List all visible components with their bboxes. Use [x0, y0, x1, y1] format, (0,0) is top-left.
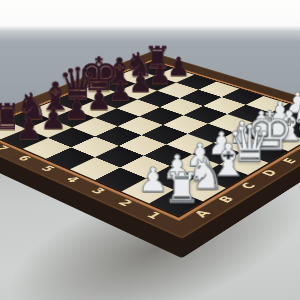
square-a1[interactable]: ♜ — [149, 190, 203, 216]
photo-stage: ♜♞♟♝♟♚♟♛♟♝♟♞♟♟♜♟♟♜♟♟♞♟♝♟♚♟♛♟♝♟♞♜ ABCDEFG… — [0, 0, 300, 300]
piece-glyph: ♟ — [0, 115, 62, 144]
white-rook-a1[interactable]: ♜ — [144, 138, 220, 224]
scene-3d: ♜♞♟♝♟♚♟♛♟♝♟♞♟♟♜♟♟♜♟♟♞♟♝♟♚♟♛♟♝♟♞♜ ABCDEFG… — [0, 0, 300, 300]
piece-glyph: ♜ — [144, 169, 220, 209]
square-a7[interactable]: ♟ — [1, 129, 48, 149]
